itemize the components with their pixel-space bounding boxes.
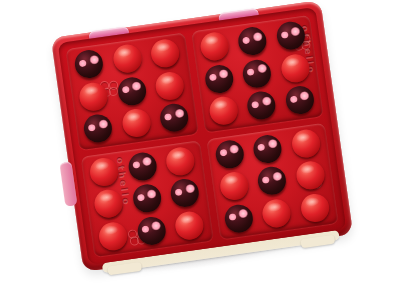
cell-r4c5 xyxy=(246,130,289,168)
marble-red[interactable] xyxy=(150,38,182,70)
marble-black[interactable] xyxy=(284,84,316,116)
cell-r3c6 xyxy=(278,82,321,120)
cell-r1c6 xyxy=(269,17,312,55)
cell-r4c3 xyxy=(159,142,202,180)
cell-r2c6 xyxy=(274,49,317,87)
marble-red[interactable] xyxy=(279,52,311,84)
marble-black[interactable] xyxy=(275,20,307,52)
cell-r4c4 xyxy=(208,135,251,173)
marble-black[interactable] xyxy=(82,113,114,145)
cell-r3c5 xyxy=(240,87,283,125)
cell-r3c4 xyxy=(202,92,245,130)
marble-red[interactable] xyxy=(78,81,110,113)
cell-r5c2 xyxy=(126,180,169,218)
cell-r1c5 xyxy=(231,23,274,61)
marble-black[interactable] xyxy=(73,48,105,80)
cell-r6c2 xyxy=(130,212,173,250)
photo-stage: othello othello xyxy=(0,0,400,303)
cell-r3c1 xyxy=(77,110,120,148)
marble-red[interactable] xyxy=(98,220,130,252)
marble-red[interactable] xyxy=(111,43,143,75)
marble-red[interactable] xyxy=(261,197,293,229)
marble-red[interactable] xyxy=(299,192,331,224)
cell-r2c2 xyxy=(110,72,153,110)
marble-black[interactable] xyxy=(252,133,284,165)
marble-red[interactable] xyxy=(208,95,240,127)
marble-black[interactable] xyxy=(203,63,235,95)
marble-red[interactable] xyxy=(88,156,120,188)
marble-black[interactable] xyxy=(169,177,201,209)
cell-r2c4 xyxy=(198,60,241,98)
cell-r6c3 xyxy=(168,207,211,245)
cell-r4c2 xyxy=(121,148,164,186)
quadrant-bottom-left: othello xyxy=(81,140,213,257)
quadrant-top-right: othello xyxy=(191,15,323,132)
marble-red[interactable] xyxy=(93,188,125,220)
marble-black[interactable] xyxy=(223,203,255,235)
cell-r6c6 xyxy=(294,189,337,227)
cell-r3c3 xyxy=(153,99,196,137)
othello-travel-board: othello othello xyxy=(51,0,353,272)
cell-r5c6 xyxy=(289,157,332,195)
cell-r5c3 xyxy=(164,174,207,212)
cell-r4c6 xyxy=(284,125,327,163)
cell-r6c5 xyxy=(255,194,298,232)
marble-red[interactable] xyxy=(121,107,153,139)
marble-red[interactable] xyxy=(199,31,231,63)
cell-r5c5 xyxy=(251,162,294,200)
cell-r3c2 xyxy=(115,104,158,142)
marble-red[interactable] xyxy=(290,128,322,160)
cell-r5c4 xyxy=(213,168,256,206)
cell-r1c3 xyxy=(144,35,187,73)
cell-r1c1 xyxy=(68,45,111,83)
quadrant-bottom-right xyxy=(206,122,338,239)
marble-black[interactable] xyxy=(159,102,191,134)
cell-r5c1 xyxy=(87,185,130,223)
marble-red[interactable] xyxy=(174,210,206,242)
cell-r6c1 xyxy=(92,217,135,255)
marble-black[interactable] xyxy=(116,75,148,107)
marble-black[interactable] xyxy=(256,165,288,197)
cell-r1c2 xyxy=(106,40,149,78)
marble-black[interactable] xyxy=(237,25,269,57)
marble-black[interactable] xyxy=(246,90,278,122)
marble-black[interactable] xyxy=(214,138,246,170)
board-face: othello othello xyxy=(58,7,347,265)
cell-r1c4 xyxy=(193,28,236,66)
cell-r2c1 xyxy=(72,78,115,116)
marble-black[interactable] xyxy=(136,215,168,247)
cell-r2c3 xyxy=(149,67,192,105)
cell-r6c4 xyxy=(217,200,260,238)
marble-red[interactable] xyxy=(218,170,250,202)
quadrant-top-left xyxy=(66,33,198,150)
marble-black[interactable] xyxy=(131,183,163,215)
marble-black[interactable] xyxy=(127,151,159,183)
cell-r2c5 xyxy=(236,55,279,93)
cell-r4c1 xyxy=(83,153,126,191)
marble-red[interactable] xyxy=(165,145,197,177)
marble-red[interactable] xyxy=(294,160,326,192)
marble-red[interactable] xyxy=(154,70,186,102)
marble-black[interactable] xyxy=(241,58,273,90)
